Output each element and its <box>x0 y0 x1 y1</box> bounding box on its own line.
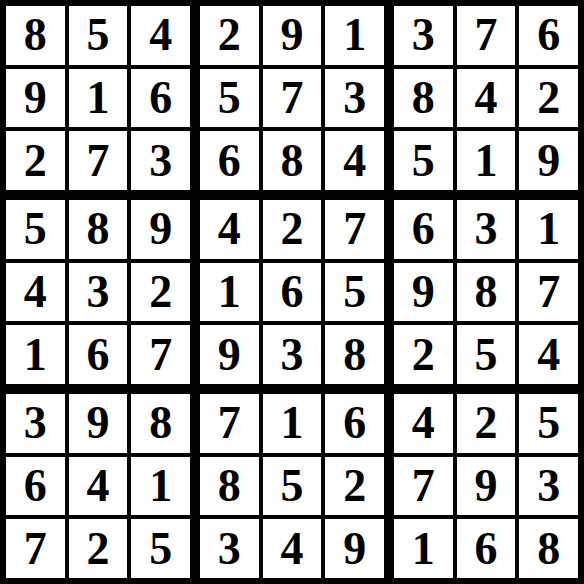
cell-r1c6[interactable]: 1 <box>325 6 384 65</box>
cell-value: 9 <box>149 206 172 252</box>
cell-value: 1 <box>24 332 47 378</box>
cell-r8c4[interactable]: 8 <box>200 457 259 516</box>
cell-value: 5 <box>412 138 435 184</box>
cell-value: 3 <box>412 12 435 58</box>
cell-value: 9 <box>474 463 497 509</box>
cell-r5c8[interactable]: 8 <box>457 263 516 322</box>
cell-r6c4[interactable]: 9 <box>200 325 259 384</box>
cell-value: 7 <box>149 332 172 378</box>
cell-value: 9 <box>86 400 109 446</box>
cell-r1c2[interactable]: 5 <box>69 6 128 65</box>
cell-value: 5 <box>537 400 560 446</box>
cell-value: 9 <box>24 75 47 121</box>
cell-value: 8 <box>474 269 497 315</box>
cell-r7c3[interactable]: 8 <box>131 394 190 453</box>
cell-r4c5[interactable]: 2 <box>263 200 322 259</box>
sudoku-box-0-2: 376842519 <box>394 6 578 190</box>
cell-value: 7 <box>474 12 497 58</box>
cell-value: 9 <box>412 269 435 315</box>
cell-r1c1[interactable]: 8 <box>6 6 65 65</box>
cell-value: 8 <box>537 526 560 572</box>
cell-value: 9 <box>537 138 560 184</box>
cell-value: 2 <box>537 75 560 121</box>
cell-value: 1 <box>474 138 497 184</box>
cell-r3c5[interactable]: 8 <box>263 131 322 190</box>
cell-value: 3 <box>343 75 366 121</box>
cell-r7c1[interactable]: 3 <box>6 394 65 453</box>
cell-value: 9 <box>343 526 366 572</box>
cell-value: 1 <box>86 75 109 121</box>
cell-value: 5 <box>343 269 366 315</box>
cell-r9c6[interactable]: 9 <box>325 519 384 578</box>
cell-value: 4 <box>412 400 435 446</box>
cell-value: 4 <box>86 463 109 509</box>
cell-r7c6[interactable]: 6 <box>325 394 384 453</box>
cell-value: 1 <box>412 526 435 572</box>
cell-value: 1 <box>280 400 303 446</box>
cell-value: 7 <box>280 75 303 121</box>
cell-r5c9[interactable]: 7 <box>519 263 578 322</box>
cell-r3c2[interactable]: 7 <box>69 131 128 190</box>
cell-value: 4 <box>343 138 366 184</box>
cell-value: 6 <box>24 463 47 509</box>
cell-value: 5 <box>280 463 303 509</box>
sudoku-board: 8549162732915736843768425195894321674271… <box>0 0 584 584</box>
sudoku-box-2-2: 425793168 <box>394 394 578 578</box>
cell-r2c7[interactable]: 8 <box>394 69 453 128</box>
cell-r4c4[interactable]: 4 <box>200 200 259 259</box>
cell-value: 5 <box>149 526 172 572</box>
cell-value: 8 <box>24 12 47 58</box>
cell-r1c5[interactable]: 9 <box>263 6 322 65</box>
cell-value: 9 <box>218 332 241 378</box>
cell-value: 5 <box>24 206 47 252</box>
cell-r1c7[interactable]: 3 <box>394 6 453 65</box>
cell-r7c7[interactable]: 4 <box>394 394 453 453</box>
cell-r5c4[interactable]: 1 <box>200 263 259 322</box>
cell-value: 7 <box>343 206 366 252</box>
cell-value: 1 <box>149 463 172 509</box>
cell-r8c5[interactable]: 5 <box>263 457 322 516</box>
cell-r6c8[interactable]: 5 <box>457 325 516 384</box>
cell-r9c8[interactable]: 6 <box>457 519 516 578</box>
sudoku-box-1-1: 427165938 <box>200 200 384 384</box>
cell-value: 8 <box>412 75 435 121</box>
cell-value: 8 <box>280 138 303 184</box>
cell-r1c4[interactable]: 2 <box>200 6 259 65</box>
cell-value: 2 <box>474 400 497 446</box>
cell-value: 8 <box>86 206 109 252</box>
cell-r6c6[interactable]: 8 <box>325 325 384 384</box>
cell-value: 7 <box>218 400 241 446</box>
cell-r9c4[interactable]: 3 <box>200 519 259 578</box>
cell-r5c3[interactable]: 2 <box>131 263 190 322</box>
cell-r3c6[interactable]: 4 <box>325 131 384 190</box>
cell-value: 4 <box>218 206 241 252</box>
cell-r4c6[interactable]: 7 <box>325 200 384 259</box>
cell-r6c2[interactable]: 6 <box>69 325 128 384</box>
cell-value: 4 <box>24 269 47 315</box>
cell-r9c5[interactable]: 4 <box>263 519 322 578</box>
cell-r6c1[interactable]: 1 <box>6 325 65 384</box>
cell-value: 5 <box>86 12 109 58</box>
cell-r3c4[interactable]: 6 <box>200 131 259 190</box>
cell-r3c7[interactable]: 5 <box>394 131 453 190</box>
cell-value: 6 <box>280 269 303 315</box>
cell-value: 6 <box>474 526 497 572</box>
cell-r8c7[interactable]: 7 <box>394 457 453 516</box>
cell-value: 3 <box>474 206 497 252</box>
cell-value: 2 <box>280 206 303 252</box>
cell-r7c9[interactable]: 5 <box>519 394 578 453</box>
cell-r5c5[interactable]: 6 <box>263 263 322 322</box>
cell-value: 6 <box>343 400 366 446</box>
cell-value: 3 <box>24 400 47 446</box>
cell-value: 3 <box>280 332 303 378</box>
cell-r2c5[interactable]: 7 <box>263 69 322 128</box>
cell-r7c5[interactable]: 1 <box>263 394 322 453</box>
cell-r9c7[interactable]: 1 <box>394 519 453 578</box>
cell-r2c2[interactable]: 1 <box>69 69 128 128</box>
cell-r5c7[interactable]: 9 <box>394 263 453 322</box>
cell-value: 7 <box>412 463 435 509</box>
cell-value: 3 <box>218 526 241 572</box>
cell-value: 6 <box>149 75 172 121</box>
cell-r9c3[interactable]: 5 <box>131 519 190 578</box>
cell-r2c3[interactable]: 6 <box>131 69 190 128</box>
cell-r4c7[interactable]: 6 <box>394 200 453 259</box>
cell-value: 8 <box>149 400 172 446</box>
cell-value: 3 <box>537 463 560 509</box>
cell-value: 7 <box>24 526 47 572</box>
cell-r3c1[interactable]: 2 <box>6 131 65 190</box>
sudoku-box-2-1: 716852349 <box>200 394 384 578</box>
cell-r6c3[interactable]: 7 <box>131 325 190 384</box>
cell-value: 4 <box>280 526 303 572</box>
cell-value: 9 <box>280 12 303 58</box>
cell-value: 7 <box>537 269 560 315</box>
cell-value: 8 <box>343 332 366 378</box>
cell-value: 2 <box>218 12 241 58</box>
cell-r3c8[interactable]: 1 <box>457 131 516 190</box>
cell-r5c2[interactable]: 3 <box>69 263 128 322</box>
cell-r8c1[interactable]: 6 <box>6 457 65 516</box>
cell-r8c6[interactable]: 2 <box>325 457 384 516</box>
cell-r8c2[interactable]: 4 <box>69 457 128 516</box>
cell-r6c7[interactable]: 2 <box>394 325 453 384</box>
cell-r7c8[interactable]: 2 <box>457 394 516 453</box>
cell-value: 4 <box>537 332 560 378</box>
cell-r9c9[interactable]: 8 <box>519 519 578 578</box>
sudoku-box-1-2: 631987254 <box>394 200 578 384</box>
cell-value: 6 <box>86 332 109 378</box>
cell-r5c6[interactable]: 5 <box>325 263 384 322</box>
cell-value: 2 <box>86 526 109 572</box>
sudoku-box-0-0: 854916273 <box>6 6 190 190</box>
cell-value: 6 <box>537 12 560 58</box>
cell-r5c1[interactable]: 4 <box>6 263 65 322</box>
cell-r4c8[interactable]: 3 <box>457 200 516 259</box>
cell-r2c4[interactable]: 5 <box>200 69 259 128</box>
cell-r4c3[interactable]: 9 <box>131 200 190 259</box>
cell-r2c9[interactable]: 2 <box>519 69 578 128</box>
cell-r7c4[interactable]: 7 <box>200 394 259 453</box>
cell-r6c5[interactable]: 3 <box>263 325 322 384</box>
cell-r9c1[interactable]: 7 <box>6 519 65 578</box>
cell-r9c2[interactable]: 2 <box>69 519 128 578</box>
cell-r2c6[interactable]: 3 <box>325 69 384 128</box>
cell-value: 3 <box>149 138 172 184</box>
cell-r8c9[interactable]: 3 <box>519 457 578 516</box>
cell-value: 5 <box>218 75 241 121</box>
cell-value: 4 <box>474 75 497 121</box>
cell-value: 3 <box>86 269 109 315</box>
cell-r4c9[interactable]: 1 <box>519 200 578 259</box>
cell-value: 2 <box>149 269 172 315</box>
sudoku-box-0-1: 291573684 <box>200 6 384 190</box>
cell-value: 7 <box>86 138 109 184</box>
cell-r1c9[interactable]: 6 <box>519 6 578 65</box>
cell-r7c2[interactable]: 9 <box>69 394 128 453</box>
cell-r3c9[interactable]: 9 <box>519 131 578 190</box>
cell-r8c8[interactable]: 9 <box>457 457 516 516</box>
cell-value: 8 <box>218 463 241 509</box>
cell-value: 2 <box>412 332 435 378</box>
cell-value: 2 <box>343 463 366 509</box>
cell-r1c3[interactable]: 4 <box>131 6 190 65</box>
cell-r4c1[interactable]: 5 <box>6 200 65 259</box>
sudoku-box-2-0: 398641725 <box>6 394 190 578</box>
cell-r3c3[interactable]: 3 <box>131 131 190 190</box>
sudoku-box-1-0: 589432167 <box>6 200 190 384</box>
cell-r1c8[interactable]: 7 <box>457 6 516 65</box>
cell-value: 1 <box>343 12 366 58</box>
cell-r6c9[interactable]: 4 <box>519 325 578 384</box>
cell-r2c8[interactable]: 4 <box>457 69 516 128</box>
cell-value: 5 <box>474 332 497 378</box>
cell-r4c2[interactable]: 8 <box>69 200 128 259</box>
cell-value: 1 <box>537 206 560 252</box>
cell-value: 6 <box>218 138 241 184</box>
cell-value: 4 <box>149 12 172 58</box>
cell-value: 1 <box>218 269 241 315</box>
cell-r8c3[interactable]: 1 <box>131 457 190 516</box>
cell-r2c1[interactable]: 9 <box>6 69 65 128</box>
cell-value: 6 <box>412 206 435 252</box>
cell-value: 2 <box>24 138 47 184</box>
